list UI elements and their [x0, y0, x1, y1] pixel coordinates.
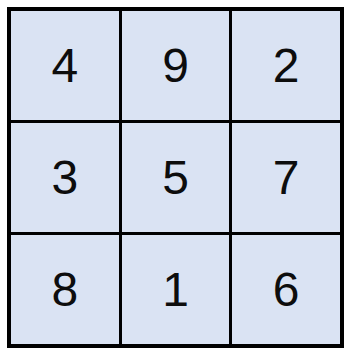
cell-r1c3: 2: [232, 11, 340, 120]
cell-r3c2: 1: [122, 235, 230, 344]
cell-r3c1: 8: [11, 235, 119, 344]
cell-r1c1: 4: [11, 11, 119, 120]
page-background: 4 9 2 3 5 7 8 1 6: [0, 0, 351, 348]
magic-square-board: 4 9 2 3 5 7 8 1 6: [7, 7, 344, 348]
cell-r2c2: 5: [122, 123, 230, 232]
cell-r3c3: 6: [232, 235, 340, 344]
cell-r1c2: 9: [122, 11, 230, 120]
cell-r2c1: 3: [11, 123, 119, 232]
cell-r2c3: 7: [232, 123, 340, 232]
